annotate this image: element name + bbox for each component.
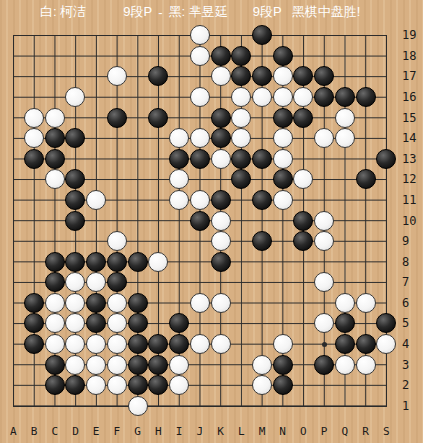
- black-stone-H3: [148, 355, 168, 375]
- column-label-K: K: [217, 425, 224, 438]
- black-stone-D12: [65, 169, 85, 189]
- black-stone-P16: [314, 87, 334, 107]
- white-stone-E3: [86, 355, 106, 375]
- white-stone-M2: [252, 375, 272, 395]
- white-stone-K17: [211, 66, 231, 86]
- black-stone-G6: [128, 293, 148, 313]
- white-stone-J11: [190, 190, 210, 210]
- black-stone-E8: [86, 252, 106, 272]
- black-stone-N3: [273, 355, 293, 375]
- white-stone-B14: [24, 128, 44, 148]
- column-label-R: R: [362, 425, 369, 438]
- black-stone-G2: [128, 375, 148, 395]
- white-stone-N14: [273, 128, 293, 148]
- black-stone-R12: [356, 169, 376, 189]
- white-stone-Q3: [335, 355, 355, 375]
- black-stone-K8: [211, 252, 231, 272]
- black-stone-J10: [190, 211, 210, 231]
- white-stone-F5: [107, 313, 127, 333]
- black-stone-O9: [293, 231, 313, 251]
- row-label-6: 6: [402, 296, 409, 310]
- white-stone-D5: [65, 313, 85, 333]
- black-stone-R4: [356, 334, 376, 354]
- black-stone-F8: [107, 252, 127, 272]
- black-stone-K11: [211, 190, 231, 210]
- white-stone-D7: [65, 272, 85, 292]
- black-stone-G8: [128, 252, 148, 272]
- white-stone-C6: [45, 293, 65, 313]
- row-label-4: 4: [402, 337, 409, 351]
- row-label-17: 17: [402, 69, 416, 83]
- white-stone-Q15: [335, 108, 355, 128]
- game-info-header: 白: 柯洁 9段P - 黑: 芈昱廷 9段P 黑棋中盘胜!: [0, 0, 423, 24]
- white-stone-S4: [376, 334, 396, 354]
- white-stone-I3: [169, 355, 189, 375]
- row-label-19: 19: [402, 28, 416, 42]
- row-label-9: 9: [402, 234, 409, 248]
- white-stone-D4: [65, 334, 85, 354]
- white-stone-O16: [293, 87, 313, 107]
- black-stone-H4: [148, 334, 168, 354]
- black-stone-F7: [107, 272, 127, 292]
- white-stone-Q14: [335, 128, 355, 148]
- white-stone-C5: [45, 313, 65, 333]
- white-stone-J4: [190, 334, 210, 354]
- column-label-I: I: [176, 425, 183, 438]
- white-stone-J16: [190, 87, 210, 107]
- row-label-10: 10: [402, 214, 416, 228]
- black-stone-L12: [231, 169, 251, 189]
- black-stone-H15: [148, 108, 168, 128]
- white-stone-R3: [356, 355, 376, 375]
- white-stone-H8: [148, 252, 168, 272]
- black-stone-D11: [65, 190, 85, 210]
- black-stone-B6: [24, 293, 44, 313]
- black-stone-M9: [252, 231, 272, 251]
- white-stone-G1: [128, 396, 148, 416]
- column-label-B: B: [31, 425, 38, 438]
- players-separator: -: [158, 5, 162, 20]
- column-label-G: G: [134, 425, 141, 438]
- column-label-F: F: [114, 425, 121, 438]
- white-stone-E2: [86, 375, 106, 395]
- white-stone-D6: [65, 293, 85, 313]
- column-label-D: D: [72, 425, 79, 438]
- column-label-P: P: [321, 425, 328, 438]
- black-stone-L18: [231, 46, 251, 66]
- black-stone-G3: [128, 355, 148, 375]
- white-stone-F17: [107, 66, 127, 86]
- black-stone-D2: [65, 375, 85, 395]
- black-stone-M13: [252, 149, 272, 169]
- black-stone-C2: [45, 375, 65, 395]
- black-stone-L13: [231, 149, 251, 169]
- column-label-L: L: [238, 425, 245, 438]
- black-stone-K18: [211, 46, 231, 66]
- black-stone-I5: [169, 313, 189, 333]
- black-stone-M11: [252, 190, 272, 210]
- black-stone-Q16: [335, 87, 355, 107]
- white-stone-K13: [211, 149, 231, 169]
- white-stone-C4: [45, 334, 65, 354]
- white-stone-P14: [314, 128, 334, 148]
- black-stone-Q5: [335, 313, 355, 333]
- black-stone-M19: [252, 25, 272, 45]
- black-stone-S13: [376, 149, 396, 169]
- white-stone-J18: [190, 46, 210, 66]
- black-player-rank: 9段P: [253, 3, 282, 21]
- row-label-14: 14: [402, 131, 416, 145]
- black-stone-C13: [45, 149, 65, 169]
- white-stone-L15: [231, 108, 251, 128]
- white-player-label: 白: 柯洁: [40, 3, 86, 21]
- white-stone-K4: [211, 334, 231, 354]
- white-stone-N4: [273, 334, 293, 354]
- column-label-Q: Q: [342, 425, 349, 438]
- black-stone-P3: [314, 355, 334, 375]
- white-stone-R6: [356, 293, 376, 313]
- white-stone-L16: [231, 87, 251, 107]
- black-stone-K15: [211, 108, 231, 128]
- black-stone-H2: [148, 375, 168, 395]
- black-stone-N12: [273, 169, 293, 189]
- white-stone-J14: [190, 128, 210, 148]
- hoshi-point: [322, 342, 327, 347]
- white-stone-K9: [211, 231, 231, 251]
- black-stone-E6: [86, 293, 106, 313]
- column-label-C: C: [51, 425, 58, 438]
- row-label-5: 5: [402, 316, 409, 330]
- row-label-13: 13: [402, 152, 416, 166]
- black-stone-G5: [128, 313, 148, 333]
- black-stone-D10: [65, 211, 85, 231]
- white-stone-I2: [169, 375, 189, 395]
- row-label-11: 11: [402, 193, 416, 207]
- white-stone-P9: [314, 231, 334, 251]
- black-stone-B4: [24, 334, 44, 354]
- black-stone-F15: [107, 108, 127, 128]
- white-stone-N16: [273, 87, 293, 107]
- white-stone-O12: [293, 169, 313, 189]
- column-label-N: N: [279, 425, 286, 438]
- row-label-8: 8: [402, 255, 409, 269]
- white-player-rank: 9段P: [123, 3, 152, 21]
- white-stone-F4: [107, 334, 127, 354]
- white-stone-Q6: [335, 293, 355, 313]
- white-stone-F3: [107, 355, 127, 375]
- row-label-7: 7: [402, 275, 409, 289]
- white-stone-E7: [86, 272, 106, 292]
- column-label-E: E: [93, 425, 100, 438]
- black-stone-N2: [273, 375, 293, 395]
- black-stone-C3: [45, 355, 65, 375]
- column-label-H: H: [155, 425, 162, 438]
- black-stone-M17: [252, 66, 272, 86]
- black-stone-R16: [356, 87, 376, 107]
- white-stone-K10: [211, 211, 231, 231]
- white-stone-N13: [273, 149, 293, 169]
- white-stone-K6: [211, 293, 231, 313]
- row-label-2: 2: [402, 378, 409, 392]
- black-stone-E5: [86, 313, 106, 333]
- black-stone-N15: [273, 108, 293, 128]
- black-stone-N18: [273, 46, 293, 66]
- black-stone-J13: [190, 149, 210, 169]
- white-stone-F6: [107, 293, 127, 313]
- white-stone-C15: [45, 108, 65, 128]
- row-label-16: 16: [402, 90, 416, 104]
- black-stone-P17: [314, 66, 334, 86]
- black-stone-D14: [65, 128, 85, 148]
- row-label-15: 15: [402, 111, 416, 125]
- white-stone-C12: [45, 169, 65, 189]
- row-label-3: 3: [402, 358, 409, 372]
- white-stone-L14: [231, 128, 251, 148]
- white-stone-I11: [169, 190, 189, 210]
- column-label-M: M: [259, 425, 266, 438]
- column-label-O: O: [300, 425, 307, 438]
- column-label-S: S: [383, 425, 390, 438]
- black-stone-O10: [293, 211, 313, 231]
- black-stone-S5: [376, 313, 396, 333]
- black-stone-C14: [45, 128, 65, 148]
- white-stone-P10: [314, 211, 334, 231]
- black-stone-B13: [24, 149, 44, 169]
- row-label-12: 12: [402, 172, 416, 186]
- white-stone-D16: [65, 87, 85, 107]
- white-stone-J19: [190, 25, 210, 45]
- white-stone-M16: [252, 87, 272, 107]
- white-stone-F2: [107, 375, 127, 395]
- result-text: 黑棋中盘胜!: [292, 3, 361, 21]
- black-stone-O15: [293, 108, 313, 128]
- black-stone-L17: [231, 66, 251, 86]
- black-stone-B5: [24, 313, 44, 333]
- white-stone-E4: [86, 334, 106, 354]
- black-player-label: 黑: 芈昱廷: [168, 3, 227, 21]
- white-stone-M3: [252, 355, 272, 375]
- white-stone-P7: [314, 272, 334, 292]
- white-stone-I14: [169, 128, 189, 148]
- white-stone-N17: [273, 66, 293, 86]
- black-stone-O17: [293, 66, 313, 86]
- row-label-18: 18: [402, 49, 416, 63]
- black-stone-C8: [45, 252, 65, 272]
- white-stone-N11: [273, 190, 293, 210]
- white-stone-B15: [24, 108, 44, 128]
- white-stone-P5: [314, 313, 334, 333]
- white-stone-E11: [86, 190, 106, 210]
- white-stone-J6: [190, 293, 210, 313]
- white-stone-F9: [107, 231, 127, 251]
- black-stone-I4: [169, 334, 189, 354]
- black-stone-H17: [148, 66, 168, 86]
- black-stone-I13: [169, 149, 189, 169]
- black-stone-G4: [128, 334, 148, 354]
- black-stone-C7: [45, 272, 65, 292]
- black-stone-D8: [65, 252, 85, 272]
- column-label-J: J: [196, 425, 203, 438]
- go-board[interactable]: 白: 柯洁 9段P - 黑: 芈昱廷 9段P 黑棋中盘胜! ABCDEFGHIJ…: [0, 0, 423, 443]
- row-label-1: 1: [402, 399, 409, 413]
- column-label-A: A: [10, 425, 17, 438]
- white-stone-I12: [169, 169, 189, 189]
- white-stone-D3: [65, 355, 85, 375]
- black-stone-Q4: [335, 334, 355, 354]
- black-stone-K14: [211, 128, 231, 148]
